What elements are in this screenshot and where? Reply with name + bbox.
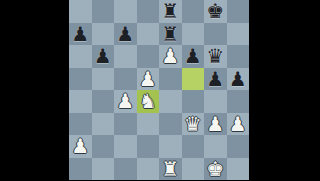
- square-f8[interactable]: [182, 0, 205, 23]
- square-a5[interactable]: [69, 68, 92, 91]
- square-e4[interactable]: [159, 90, 182, 113]
- square-g4[interactable]: [204, 90, 227, 113]
- piece-white-pawn[interactable]: ♟: [229, 113, 247, 133]
- square-c1[interactable]: [114, 158, 137, 181]
- square-c5[interactable]: [114, 68, 137, 91]
- video-frame: ♜♚♟♟♜♟♟♟♛♟♟♟♟♞♛♟♟♟♜♚: [0, 0, 320, 180]
- square-f5[interactable]: [182, 68, 205, 91]
- piece-white-pawn[interactable]: ♟: [161, 46, 179, 66]
- square-f1[interactable]: [182, 158, 205, 181]
- piece-black-queen[interactable]: ♛: [206, 46, 224, 66]
- square-h2[interactable]: [227, 135, 250, 158]
- piece-white-pawn[interactable]: ♟: [139, 68, 157, 88]
- piece-black-pawn[interactable]: ♟: [229, 68, 247, 88]
- letterbox-right: [249, 0, 320, 180]
- square-e8[interactable]: ♜: [159, 0, 182, 23]
- square-g3[interactable]: ♟: [204, 113, 227, 136]
- letterbox-left: [0, 0, 69, 180]
- square-d8[interactable]: [137, 0, 160, 23]
- piece-white-knight[interactable]: ♞: [139, 91, 157, 111]
- square-e6[interactable]: ♟: [159, 45, 182, 68]
- square-f4[interactable]: [182, 90, 205, 113]
- square-b4[interactable]: [92, 90, 115, 113]
- piece-white-pawn[interactable]: ♟: [206, 113, 224, 133]
- square-h6[interactable]: [227, 45, 250, 68]
- square-a4[interactable]: [69, 90, 92, 113]
- square-h3[interactable]: ♟: [227, 113, 250, 136]
- piece-black-king[interactable]: ♚: [206, 1, 224, 21]
- square-d4[interactable]: ♞: [137, 90, 160, 113]
- piece-white-rook[interactable]: ♜: [161, 158, 179, 178]
- piece-black-pawn[interactable]: ♟: [71, 23, 89, 43]
- square-b6[interactable]: ♟: [92, 45, 115, 68]
- square-a6[interactable]: [69, 45, 92, 68]
- square-b3[interactable]: [92, 113, 115, 136]
- square-a2[interactable]: ♟: [69, 135, 92, 158]
- square-d3[interactable]: [137, 113, 160, 136]
- piece-white-queen[interactable]: ♛: [184, 113, 202, 133]
- square-e2[interactable]: [159, 135, 182, 158]
- square-a7[interactable]: ♟: [69, 23, 92, 46]
- square-b8[interactable]: [92, 0, 115, 23]
- square-b2[interactable]: [92, 135, 115, 158]
- square-e5[interactable]: [159, 68, 182, 91]
- square-b1[interactable]: [92, 158, 115, 181]
- square-e1[interactable]: ♜: [159, 158, 182, 181]
- piece-black-pawn[interactable]: ♟: [94, 46, 112, 66]
- square-a3[interactable]: [69, 113, 92, 136]
- square-h5[interactable]: ♟: [227, 68, 250, 91]
- square-h4[interactable]: [227, 90, 250, 113]
- square-c7[interactable]: ♟: [114, 23, 137, 46]
- square-f6[interactable]: ♟: [182, 45, 205, 68]
- square-e3[interactable]: [159, 113, 182, 136]
- square-d1[interactable]: [137, 158, 160, 181]
- square-c6[interactable]: [114, 45, 137, 68]
- square-g7[interactable]: [204, 23, 227, 46]
- square-f2[interactable]: [182, 135, 205, 158]
- square-g1[interactable]: ♚: [204, 158, 227, 181]
- piece-black-rook[interactable]: ♜: [161, 1, 179, 21]
- piece-white-pawn[interactable]: ♟: [71, 136, 89, 156]
- square-f3[interactable]: ♛: [182, 113, 205, 136]
- square-g8[interactable]: ♚: [204, 0, 227, 23]
- square-d2[interactable]: [137, 135, 160, 158]
- square-c2[interactable]: [114, 135, 137, 158]
- piece-black-pawn[interactable]: ♟: [206, 68, 224, 88]
- square-g6[interactable]: ♛: [204, 45, 227, 68]
- square-d5[interactable]: ♟: [137, 68, 160, 91]
- piece-white-king[interactable]: ♚: [206, 158, 224, 178]
- square-b5[interactable]: [92, 68, 115, 91]
- piece-white-pawn[interactable]: ♟: [116, 91, 134, 111]
- square-d7[interactable]: [137, 23, 160, 46]
- square-g5[interactable]: ♟: [204, 68, 227, 91]
- square-f7[interactable]: [182, 23, 205, 46]
- square-d6[interactable]: [137, 45, 160, 68]
- chess-board: ♜♚♟♟♜♟♟♟♛♟♟♟♟♞♛♟♟♟♜♚: [69, 0, 249, 180]
- square-c4[interactable]: ♟: [114, 90, 137, 113]
- piece-black-rook[interactable]: ♜: [161, 23, 179, 43]
- square-c3[interactable]: [114, 113, 137, 136]
- square-a8[interactable]: [69, 0, 92, 23]
- square-h7[interactable]: [227, 23, 250, 46]
- square-e7[interactable]: ♜: [159, 23, 182, 46]
- square-h8[interactable]: [227, 0, 250, 23]
- square-g2[interactable]: [204, 135, 227, 158]
- piece-black-pawn[interactable]: ♟: [184, 46, 202, 66]
- piece-black-pawn[interactable]: ♟: [116, 23, 134, 43]
- square-c8[interactable]: [114, 0, 137, 23]
- square-h1[interactable]: [227, 158, 250, 181]
- square-a1[interactable]: [69, 158, 92, 181]
- square-b7[interactable]: [92, 23, 115, 46]
